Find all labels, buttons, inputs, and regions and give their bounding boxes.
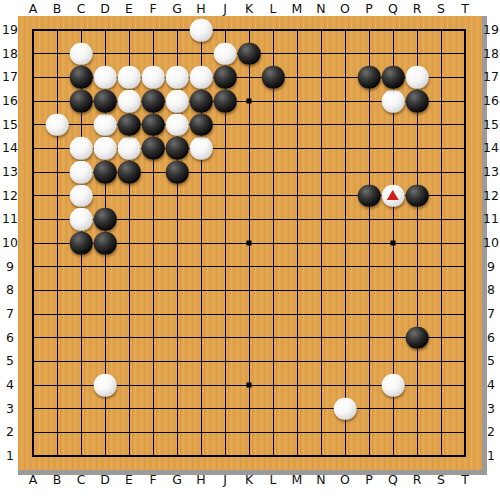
column-label-top-o: O [340, 3, 350, 16]
stone-black-d16 [94, 90, 117, 113]
stone-black-j17 [214, 66, 237, 89]
stone-white-o3 [334, 397, 357, 420]
stone-black-k18 [238, 42, 261, 65]
row-label-right-4: 4 [487, 379, 495, 392]
column-label-top-j: J [223, 3, 227, 16]
row-label-left-11: 11 [2, 213, 18, 226]
column-label-top-a: A [29, 3, 38, 16]
row-label-right-2: 2 [487, 426, 495, 439]
row-label-left-3: 3 [6, 402, 14, 415]
column-label-bottom-m: M [292, 474, 303, 487]
stone-black-f16 [142, 90, 165, 113]
stone-black-c10 [70, 232, 93, 255]
stone-black-c16 [70, 90, 93, 113]
last-move-marker-red-triangle [387, 190, 399, 200]
column-label-bottom-r: R [413, 474, 422, 487]
stone-white-c14 [70, 137, 93, 160]
star-point-k16 [247, 99, 252, 104]
column-label-bottom-p: P [365, 474, 373, 487]
column-label-top-c: C [77, 3, 86, 16]
stone-white-f17 [142, 66, 165, 89]
row-label-left-10: 10 [2, 237, 18, 250]
star-point-k4 [247, 383, 252, 388]
stone-white-e17 [118, 66, 141, 89]
column-label-bottom-g: G [172, 474, 182, 487]
row-label-left-5: 5 [6, 355, 14, 368]
column-label-bottom-q: Q [388, 474, 398, 487]
stone-white-q4 [382, 374, 405, 397]
stone-white-g17 [166, 66, 189, 89]
stone-white-b15 [46, 113, 69, 136]
stone-white-c12 [70, 184, 93, 207]
row-label-left-18: 18 [2, 47, 18, 60]
stone-black-p17 [358, 66, 381, 89]
row-label-right-8: 8 [487, 284, 495, 297]
stone-white-h14 [190, 137, 213, 160]
go-game-screenshot: AABBCCDDEEFFGGHHJJKKLLMMNNOOPPQQRRSSTT19… [0, 0, 500, 500]
row-label-right-1: 1 [487, 450, 495, 463]
stone-white-q16 [382, 90, 405, 113]
stone-white-e14 [118, 137, 141, 160]
stone-white-d17 [94, 66, 117, 89]
stone-black-r6 [406, 326, 429, 349]
row-label-left-6: 6 [6, 331, 14, 344]
stone-white-d4 [94, 374, 117, 397]
stone-black-r16 [406, 90, 429, 113]
column-label-bottom-n: N [316, 474, 325, 487]
stone-white-h17 [190, 66, 213, 89]
row-label-right-19: 19 [483, 24, 499, 37]
column-label-bottom-k: K [245, 474, 253, 487]
column-label-top-p: P [365, 3, 373, 16]
column-label-bottom-o: O [340, 474, 350, 487]
stone-black-h15 [190, 113, 213, 136]
column-label-bottom-j: J [223, 474, 227, 487]
row-label-right-17: 17 [483, 71, 499, 84]
stone-black-g14 [166, 137, 189, 160]
stone-black-l17 [262, 66, 285, 89]
column-label-bottom-s: S [437, 474, 445, 487]
star-point-k10 [247, 241, 252, 246]
column-label-top-k: K [245, 3, 253, 16]
row-label-left-12: 12 [2, 189, 18, 202]
stone-white-e16 [118, 90, 141, 113]
row-label-right-5: 5 [487, 355, 495, 368]
row-label-right-15: 15 [483, 118, 499, 131]
column-label-top-l: L [270, 3, 277, 16]
row-label-left-15: 15 [2, 118, 18, 131]
stone-black-d13 [94, 161, 117, 184]
row-label-right-11: 11 [483, 213, 499, 226]
row-label-right-3: 3 [487, 402, 495, 415]
row-label-right-14: 14 [483, 142, 499, 155]
row-label-left-14: 14 [2, 142, 18, 155]
stone-black-r12 [406, 184, 429, 207]
stone-black-e13 [118, 161, 141, 184]
row-label-left-8: 8 [6, 284, 14, 297]
column-label-bottom-h: H [196, 474, 205, 487]
stone-black-c17 [70, 66, 93, 89]
row-label-left-16: 16 [2, 95, 18, 108]
column-label-top-n: N [316, 3, 325, 16]
column-label-bottom-a: A [29, 474, 38, 487]
row-label-right-6: 6 [487, 331, 495, 344]
stone-black-d10 [94, 232, 117, 255]
stone-black-q17 [382, 66, 405, 89]
stone-black-p12 [358, 184, 381, 207]
stone-white-d15 [94, 113, 117, 136]
stone-black-j16 [214, 90, 237, 113]
stone-white-j18 [214, 42, 237, 65]
column-label-bottom-e: E [125, 474, 133, 487]
stone-black-e15 [118, 113, 141, 136]
stone-white-c18 [70, 42, 93, 65]
column-label-bottom-c: C [77, 474, 86, 487]
stone-white-g15 [166, 113, 189, 136]
stone-black-h16 [190, 90, 213, 113]
column-label-top-b: B [53, 3, 62, 16]
stone-white-g16 [166, 90, 189, 113]
column-label-top-h: H [196, 3, 205, 16]
row-label-left-9: 9 [6, 260, 14, 273]
stone-black-g13 [166, 161, 189, 184]
stone-white-c13 [70, 161, 93, 184]
row-label-right-9: 9 [487, 260, 495, 273]
column-label-top-q: Q [388, 3, 398, 16]
column-label-top-e: E [125, 3, 133, 16]
row-label-left-2: 2 [6, 426, 14, 439]
stone-black-d11 [94, 208, 117, 231]
column-label-bottom-f: F [149, 474, 156, 487]
stone-white-c11 [70, 208, 93, 231]
column-label-top-s: S [437, 3, 445, 16]
star-point-q10 [391, 241, 396, 246]
row-label-right-10: 10 [483, 237, 499, 250]
row-label-left-4: 4 [6, 379, 14, 392]
column-label-top-r: R [413, 3, 422, 16]
column-label-bottom-b: B [53, 474, 62, 487]
row-label-left-13: 13 [2, 166, 18, 179]
row-label-left-19: 19 [2, 24, 18, 37]
row-label-right-13: 13 [483, 166, 499, 179]
stone-black-f15 [142, 113, 165, 136]
column-label-top-m: M [292, 3, 303, 16]
column-label-top-d: D [100, 3, 110, 16]
column-label-bottom-l: L [270, 474, 277, 487]
column-label-top-g: G [172, 3, 182, 16]
column-label-top-t: T [461, 3, 469, 16]
go-board[interactable] [18, 16, 487, 475]
row-label-right-16: 16 [483, 95, 499, 108]
row-label-left-7: 7 [6, 308, 14, 321]
stone-white-r17 [406, 66, 429, 89]
stone-white-h19 [190, 19, 213, 42]
row-label-left-1: 1 [6, 450, 14, 463]
row-label-right-18: 18 [483, 47, 499, 60]
stone-black-f14 [142, 137, 165, 160]
row-label-right-7: 7 [487, 308, 495, 321]
stone-white-q12 [382, 184, 405, 207]
column-label-bottom-d: D [100, 474, 110, 487]
column-label-bottom-t: T [461, 474, 469, 487]
row-label-right-12: 12 [483, 189, 499, 202]
stone-white-d14 [94, 137, 117, 160]
row-label-left-17: 17 [2, 71, 18, 84]
column-label-top-f: F [149, 3, 156, 16]
